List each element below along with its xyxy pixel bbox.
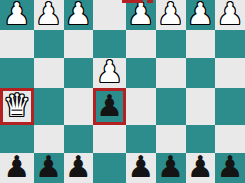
square-h2[interactable]: ♟ bbox=[0, 0, 34, 30]
white-pawn[interactable]: ♟ bbox=[128, 0, 155, 29]
square-h7[interactable]: ♟ bbox=[0, 153, 34, 183]
square-b3[interactable] bbox=[186, 30, 216, 58]
square-e4[interactable]: ♟ bbox=[93, 58, 126, 88]
square-f7[interactable]: ♟ bbox=[64, 153, 94, 183]
square-e2[interactable] bbox=[93, 0, 126, 30]
highlight-sliver-d1 bbox=[122, 0, 143, 3]
square-c2[interactable]: ♟ bbox=[156, 0, 186, 30]
black-pawn[interactable]: ♟ bbox=[187, 152, 214, 182]
square-a4[interactable] bbox=[215, 58, 245, 88]
black-pawn[interactable]: ♟ bbox=[96, 91, 123, 121]
square-c5[interactable] bbox=[156, 88, 186, 125]
chess-board: ♟♟♟♟♟♟♟♟♛♟♟♟♟♟♟♟♟ bbox=[0, 0, 245, 183]
square-h4[interactable] bbox=[0, 58, 34, 88]
square-c3[interactable] bbox=[156, 30, 186, 58]
square-d5[interactable] bbox=[126, 88, 156, 125]
square-g4[interactable] bbox=[34, 58, 64, 88]
square-g7[interactable]: ♟ bbox=[34, 153, 64, 183]
square-h3[interactable] bbox=[0, 30, 34, 58]
white-pawn[interactable]: ♟ bbox=[96, 57, 123, 87]
black-pawn[interactable]: ♟ bbox=[35, 152, 62, 182]
square-d2[interactable]: ♟ bbox=[126, 0, 156, 30]
square-a2[interactable]: ♟ bbox=[215, 0, 245, 30]
square-e6[interactable] bbox=[93, 125, 126, 153]
square-h5[interactable]: ♛ bbox=[0, 88, 34, 125]
square-g2[interactable]: ♟ bbox=[34, 0, 64, 30]
square-b2[interactable]: ♟ bbox=[186, 0, 216, 30]
black-pawn[interactable]: ♟ bbox=[128, 152, 155, 182]
square-c7[interactable]: ♟ bbox=[156, 153, 186, 183]
square-d3[interactable] bbox=[126, 30, 156, 58]
black-pawn[interactable]: ♟ bbox=[3, 152, 30, 182]
black-pawn[interactable]: ♟ bbox=[65, 152, 92, 182]
square-a5[interactable] bbox=[215, 88, 245, 125]
square-f2[interactable]: ♟ bbox=[64, 0, 94, 30]
white-pawn[interactable]: ♟ bbox=[35, 0, 62, 29]
square-d7[interactable]: ♟ bbox=[126, 153, 156, 183]
chess-app-window: ♟♟♟♟♟♟♟♟♛♟♟♟♟♟♟♟♟ bbox=[0, 0, 245, 183]
white-pawn[interactable]: ♟ bbox=[217, 0, 244, 29]
square-d4[interactable] bbox=[126, 58, 156, 88]
black-pawn[interactable]: ♟ bbox=[217, 152, 244, 182]
square-b4[interactable] bbox=[186, 58, 216, 88]
square-f3[interactable] bbox=[64, 30, 94, 58]
square-a3[interactable] bbox=[215, 30, 245, 58]
square-g5[interactable] bbox=[34, 88, 64, 125]
white-pawn[interactable]: ♟ bbox=[3, 0, 30, 29]
highlight-sliver-d1 bbox=[147, 0, 153, 3]
square-g3[interactable] bbox=[34, 30, 64, 58]
square-a7[interactable]: ♟ bbox=[215, 153, 245, 183]
white-queen[interactable]: ♛ bbox=[3, 90, 31, 121]
white-pawn[interactable]: ♟ bbox=[157, 0, 184, 29]
square-f4[interactable] bbox=[64, 58, 94, 88]
square-f5[interactable] bbox=[64, 88, 94, 125]
square-c4[interactable] bbox=[156, 58, 186, 88]
black-pawn[interactable]: ♟ bbox=[157, 152, 184, 182]
square-e5[interactable]: ♟ bbox=[93, 88, 126, 125]
square-b7[interactable]: ♟ bbox=[186, 153, 216, 183]
square-b5[interactable] bbox=[186, 88, 216, 125]
white-pawn[interactable]: ♟ bbox=[187, 0, 214, 29]
white-pawn[interactable]: ♟ bbox=[65, 0, 92, 29]
square-e7[interactable] bbox=[93, 153, 126, 183]
